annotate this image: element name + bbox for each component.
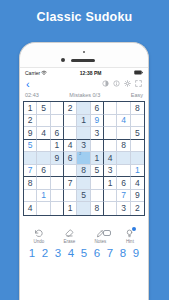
numpad-key-4[interactable]: 4 [66,247,76,259]
marketing-background: { "title": "Classic Sudoku", "game": "su… [0,0,169,300]
numpad-key-2[interactable]: 2 [40,247,50,259]
hint-count-badge [132,227,136,231]
cell-r5c6[interactable]: 1 [91,152,104,165]
numpad-key-5[interactable]: 5 [79,247,89,259]
cell-r1c7[interactable] [104,102,117,115]
cell-r7c8[interactable]: 6 [117,177,130,190]
speaker-grille [71,59,95,62]
cell-r8c1[interactable] [24,190,37,203]
cell-r6c5[interactable]: 8 [77,165,90,178]
undo-button[interactable]: Undo [34,229,45,244]
cell-r6c8[interactable] [117,165,130,178]
cell-r5c3[interactable]: 9 [51,152,64,165]
cell-r2c6[interactable]: 9 [91,115,104,128]
numpad-key-7[interactable]: 7 [105,247,115,259]
cell-r8c3[interactable] [51,190,64,203]
cell-digit: 4 [28,204,33,213]
cell-digit: 5 [41,104,46,113]
cell-r7c3[interactable] [51,177,64,190]
theme-icon[interactable] [102,80,109,87]
cell-r3c7[interactable] [104,127,117,140]
cell-r9c5[interactable] [77,202,90,215]
cell-r8c2[interactable]: 1 [37,190,50,203]
hint-button[interactable]: Hint [125,229,134,244]
cell-r8c7[interactable] [104,190,117,203]
status-bar: Carrier 12:38 PM [20,68,148,77]
cell-r3c3[interactable]: 6 [51,127,64,140]
nav-bar: ‹ [20,77,148,90]
cell-r8c9[interactable]: 9 [131,190,144,203]
cell-r7c6[interactable] [91,177,104,190]
cell-r9c7[interactable] [104,202,117,215]
cell-digit: 8 [121,141,126,150]
info-icon[interactable] [113,80,120,87]
expand-icon[interactable] [135,80,142,87]
cell-r1c9[interactable]: 8 [131,102,144,115]
cell-r4c2[interactable] [37,140,50,153]
cell-digit: 1 [94,154,99,163]
cell-r7c1[interactable]: 8 [24,177,37,190]
mistakes-label: Mistakes 0/3 [69,92,100,98]
cell-digit: 4 [68,141,73,150]
cell-r6c1[interactable]: 7 [24,165,37,178]
cell-r6c9[interactable]: 1 [131,165,144,178]
cell-r6c4[interactable] [64,165,77,178]
notes-button[interactable]: Notes [94,229,106,244]
cell-digit: 6 [94,104,99,113]
cell-r2c2[interactable] [37,115,50,128]
cell-r2c7[interactable] [104,115,117,128]
cell-r2c4[interactable] [64,115,77,128]
cell-digit: 6 [41,166,46,175]
cell-r6c2[interactable]: 6 [37,165,50,178]
sudoku-grid: 1526821949463551438962147685318716415794… [23,101,145,216]
cell-r9c6[interactable]: 8 [91,202,104,215]
toolbar: Undo Erase Notes Hint [20,229,148,244]
numpad-key-8[interactable]: 8 [118,247,128,259]
cell-digit: 1 [68,204,73,213]
camera-icon [61,58,65,62]
clock-label: 12:38 PM [80,70,102,76]
cell-digit: 1 [81,116,86,125]
cell-digit: 2 [28,116,33,125]
cell-digit: 6 [68,154,73,163]
cell-r1c3[interactable] [51,102,64,115]
cell-digit: 5 [28,141,33,150]
phone-frame: Carrier 12:38 PM ‹ 02:43 Mistakes 0/3 E [19,42,149,300]
battery-icon [134,70,143,76]
cell-digit: 9 [28,129,33,138]
back-chevron-icon[interactable]: ‹ [26,79,30,89]
game-hud: 02:43 Mistakes 0/3 Easy [20,90,148,100]
cell-digit: 8 [135,104,140,113]
cell-r2c9[interactable] [131,115,144,128]
cell-r5c7[interactable]: 4 [104,152,117,165]
cell-r1c5[interactable] [77,102,90,115]
cell-r1c6[interactable]: 6 [91,102,104,115]
settings-gear-icon[interactable] [124,80,131,87]
cell-digit: 1 [41,191,46,200]
erase-label: Erase [64,239,76,244]
cell-r3c9[interactable]: 5 [131,127,144,140]
cell-r4c6[interactable] [91,140,104,153]
cell-r3c5[interactable] [77,127,90,140]
cell-digit: 1 [135,166,140,175]
cell-r5c2[interactable] [37,152,50,165]
cell-digit: 3 [108,166,113,175]
cell-digit: 7 [28,166,33,175]
cell-digit: 8 [28,179,33,188]
phone-screen: Carrier 12:38 PM ‹ 02:43 Mistakes 0/3 E [20,67,148,300]
erase-button[interactable]: Erase [64,229,76,244]
cell-r2c3[interactable] [51,115,64,128]
cell-r6c6[interactable]: 5 [91,165,104,178]
cell-digit: 5 [135,129,140,138]
sensor-dot [83,51,85,53]
cell-digit: 8 [81,166,86,175]
numpad-key-1[interactable]: 1 [27,247,37,259]
cell-digit: 3 [81,141,86,150]
cell-digit: 4 [135,179,140,188]
cell-digit: 5 [81,191,86,200]
cell-digit: 4 [41,129,46,138]
numpad-key-9[interactable]: 9 [131,247,141,259]
carrier-label: Carrier [25,70,40,76]
cell-digit: 9 [54,154,59,163]
cell-r4c7[interactable] [104,140,117,153]
cell-digit: 2 [135,204,140,213]
cell-r7c7[interactable]: 1 [104,177,117,190]
cell-r9c3[interactable] [51,202,64,215]
notes-toggle-pill [103,230,111,236]
cell-digit: 7 [68,179,73,188]
numpad-key-6[interactable]: 6 [92,247,102,259]
cell-digit: 9 [94,116,99,125]
cell-digit: 2 [68,104,73,113]
numpad-key-3[interactable]: 3 [53,247,63,259]
cell-r7c5[interactable] [77,177,90,190]
cell-r3c1[interactable]: 9 [24,127,37,140]
cell-r9c1[interactable]: 4 [24,202,37,215]
cell-r8c5[interactable]: 5 [77,190,90,203]
cell-r8c4[interactable] [64,190,77,203]
cell-r5c1[interactable] [24,152,37,165]
phone-bezel [20,43,148,67]
notes-label: Notes [94,239,106,244]
cell-digit: 1 [54,141,59,150]
cell-r1c8[interactable] [117,102,130,115]
cell-r5c4[interactable]: 6 [64,152,77,165]
cell-digit: 4 [121,116,126,125]
lightbulb-icon [125,229,134,238]
cell-r3c8[interactable] [117,127,130,140]
cell-digit: 9 [135,191,140,200]
cell-r9c4[interactable]: 1 [64,202,77,215]
cell-r3c4[interactable] [64,127,77,140]
cell-r9c2[interactable] [37,202,50,215]
cell-r2c5[interactable]: 1 [77,115,90,128]
cell-r6c7[interactable]: 3 [104,165,117,178]
cell-digit: 1 [28,104,33,113]
cell-digit: 3 [94,129,99,138]
cell-r6c3[interactable] [51,165,64,178]
cell-r1c2[interactable]: 5 [37,102,50,115]
cell-r7c2[interactable] [37,177,50,190]
cell-digit: 8 [94,204,99,213]
cell-r4c8[interactable]: 8 [117,140,130,153]
cell-digit: 5 [94,166,99,175]
cell-digit: 6 [121,179,126,188]
difficulty-label[interactable]: Easy [131,92,143,98]
hint-label: Hint [126,239,134,244]
cell-r1c4[interactable]: 2 [64,102,77,115]
cell-r1c1[interactable]: 1 [24,102,37,115]
cell-r9c9[interactable]: 2 [131,202,144,215]
page-title: Classic Sudoku [0,0,169,24]
cell-r8c6[interactable] [91,190,104,203]
cell-digit: 4 [108,154,113,163]
cell-r4c9[interactable] [131,140,144,153]
cell-digit: 6 [54,129,59,138]
cell-r3c6[interactable]: 3 [91,127,104,140]
cell-r7c9[interactable]: 4 [131,177,144,190]
cell-r4c4[interactable]: 4 [64,140,77,153]
cell-r5c5[interactable]: 2 [77,152,90,165]
cell-r9c8[interactable]: 3 [117,202,130,215]
cell-r5c9[interactable] [131,152,144,165]
eraser-icon [65,229,74,238]
cell-r7c4[interactable]: 7 [64,177,77,190]
undo-label: Undo [34,239,45,244]
cell-r4c1[interactable]: 5 [24,140,37,153]
timer-label: 02:43 [25,92,39,98]
cell-r2c1[interactable]: 2 [24,115,37,128]
wifi-icon [41,70,47,76]
cell-r2c8[interactable]: 4 [117,115,130,128]
number-pad: 123456789 [20,247,148,259]
undo-icon [34,229,43,238]
cell-r3c2[interactable]: 4 [37,127,50,140]
cell-r4c3[interactable]: 1 [51,140,64,153]
cell-r5c8[interactable] [117,152,130,165]
cell-digit: 1 [108,179,113,188]
cell-digit: 3 [121,204,126,213]
cell-r4c5[interactable]: 3 [77,140,90,153]
pencil-notes: 2 [79,153,81,157]
cell-digit: 7 [121,191,126,200]
cell-r8c8[interactable]: 7 [117,190,130,203]
